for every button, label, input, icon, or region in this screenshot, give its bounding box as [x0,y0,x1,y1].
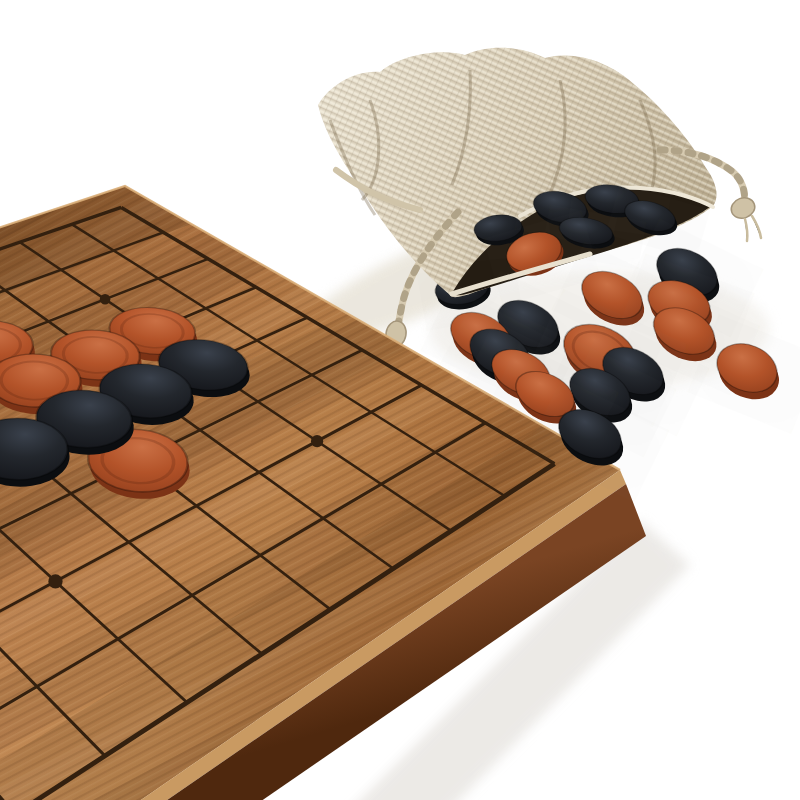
product-photo-stage [0,0,800,800]
scene-svg [0,0,800,800]
star-point [100,294,111,305]
star-point [311,435,323,447]
star-point [48,574,62,588]
